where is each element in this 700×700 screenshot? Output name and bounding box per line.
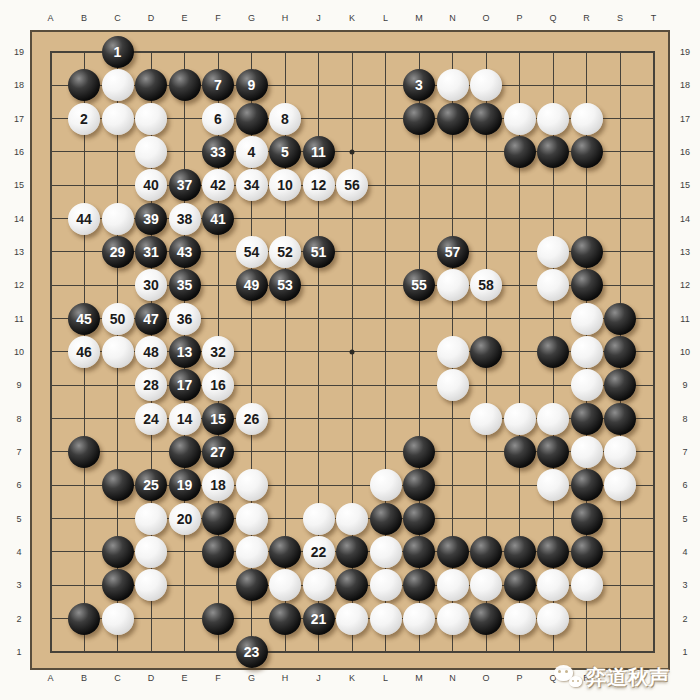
stone-D8: 24 [135, 403, 167, 435]
stone-N17 [437, 103, 469, 135]
stone-E13: 43 [169, 236, 201, 268]
stone-R7 [571, 436, 603, 468]
star-point-K10 [350, 349, 355, 354]
stone-number: 12 [311, 178, 327, 192]
stone-number: 33 [210, 145, 226, 159]
coord-label-bottom: P [516, 673, 522, 683]
stone-L4 [370, 536, 402, 568]
stone-number: 4 [248, 145, 256, 159]
coord-label-right: 18 [680, 80, 690, 90]
stone-number: 13 [177, 345, 193, 359]
stone-E8: 14 [169, 403, 201, 435]
stone-F17: 6 [202, 103, 234, 135]
stone-number: 21 [311, 612, 327, 626]
stone-K5 [336, 503, 368, 535]
stone-F8: 15 [202, 403, 234, 435]
coord-label-right: 13 [680, 247, 690, 257]
coord-label-right: 4 [682, 547, 687, 557]
stone-E5: 20 [169, 503, 201, 535]
stone-R9 [571, 369, 603, 401]
stone-number: 54 [244, 245, 260, 259]
coord-label-bottom: N [449, 673, 456, 683]
coord-label-bottom: C [114, 673, 121, 683]
stone-G12: 49 [236, 269, 268, 301]
stone-E6: 19 [169, 469, 201, 501]
stone-number: 49 [244, 278, 260, 292]
stone-number: 42 [210, 178, 226, 192]
stone-number: 56 [344, 178, 360, 192]
stone-number: 50 [110, 312, 126, 326]
stone-R6 [571, 469, 603, 501]
stone-F7: 27 [202, 436, 234, 468]
stone-B14: 44 [68, 203, 100, 235]
coord-label-left: 11 [14, 314, 23, 324]
stone-B7 [68, 436, 100, 468]
stone-number: 36 [177, 312, 193, 326]
stone-L6 [370, 469, 402, 501]
stone-J4: 22 [303, 536, 335, 568]
coord-label-left: 9 [16, 380, 21, 390]
stone-H13: 52 [269, 236, 301, 268]
stone-G15: 34 [236, 169, 268, 201]
stone-number: 23 [244, 645, 260, 659]
stone-P2 [504, 603, 536, 635]
stone-H17: 8 [269, 103, 301, 135]
stone-D17 [135, 103, 167, 135]
go-diagram: 弈道秋声 AABBCCDDEEFFGGHHJJKKLLMMNNOOPPQQRRS… [0, 0, 700, 700]
stone-C19: 1 [102, 36, 134, 68]
star-point-K16 [350, 149, 355, 154]
stone-S7 [604, 436, 636, 468]
stone-Q7 [537, 436, 569, 468]
stone-J16: 11 [303, 136, 335, 168]
stone-Q4 [537, 536, 569, 568]
coord-label-right: 1 [682, 647, 687, 657]
stone-F2 [202, 603, 234, 635]
coord-label-left: 18 [14, 80, 24, 90]
stone-Q16 [537, 136, 569, 168]
coord-label-right: 17 [680, 114, 690, 124]
stone-N4 [437, 536, 469, 568]
stone-H4 [269, 536, 301, 568]
stone-number: 14 [177, 412, 193, 426]
stone-B17: 2 [68, 103, 100, 135]
stone-C6 [102, 469, 134, 501]
stone-R10 [571, 336, 603, 368]
stone-J5 [303, 503, 335, 535]
stone-C18 [102, 69, 134, 101]
stone-D10: 48 [135, 336, 167, 368]
coord-label-left: 12 [14, 280, 24, 290]
stone-F14: 41 [202, 203, 234, 235]
stone-E9: 17 [169, 369, 201, 401]
stone-B10: 46 [68, 336, 100, 368]
stone-number: 5 [281, 145, 289, 159]
stone-G16: 4 [236, 136, 268, 168]
coord-label-right: 9 [682, 380, 687, 390]
coord-label-bottom: M [415, 673, 423, 683]
stone-Q13 [537, 236, 569, 268]
stone-H16: 5 [269, 136, 301, 168]
coord-label-right: 12 [680, 280, 690, 290]
coord-label-top: E [181, 13, 187, 23]
stone-number: 8 [281, 112, 289, 126]
stone-G18: 9 [236, 69, 268, 101]
stone-number: 51 [311, 245, 327, 259]
stone-O8 [470, 403, 502, 435]
coord-label-bottom: O [482, 673, 489, 683]
stone-E12: 35 [169, 269, 201, 301]
coord-label-bottom: D [148, 673, 155, 683]
coord-label-left: 17 [14, 114, 24, 124]
coord-label-top: A [47, 13, 53, 23]
stone-M5 [403, 503, 435, 535]
coord-label-right: 19 [680, 47, 690, 57]
stone-O4 [470, 536, 502, 568]
stone-number: 6 [214, 112, 222, 126]
stone-number: 3 [415, 78, 423, 92]
stone-D5 [135, 503, 167, 535]
coord-label-right: 8 [682, 414, 687, 424]
stone-G17 [236, 103, 268, 135]
stone-D4 [135, 536, 167, 568]
coord-label-right: 11 [680, 314, 689, 324]
coord-label-top: H [282, 13, 289, 23]
stone-B2 [68, 603, 100, 635]
stone-J3 [303, 569, 335, 601]
stone-G1: 23 [236, 636, 268, 668]
coord-label-bottom: E [181, 673, 187, 683]
coord-label-left: 10 [14, 347, 24, 357]
coord-label-left: 19 [14, 47, 24, 57]
coord-label-top: M [415, 13, 423, 23]
stone-C3 [102, 569, 134, 601]
stone-D11: 47 [135, 303, 167, 335]
coord-label-bottom: B [81, 673, 87, 683]
stone-number: 7 [214, 78, 222, 92]
stone-N10 [437, 336, 469, 368]
coord-label-left: 1 [16, 647, 21, 657]
stone-number: 30 [143, 278, 159, 292]
stone-number: 22 [311, 545, 327, 559]
coord-label-top: D [148, 13, 155, 23]
coord-label-bottom: J [316, 673, 321, 683]
stone-N18 [437, 69, 469, 101]
stone-C4 [102, 536, 134, 568]
stone-N3 [437, 569, 469, 601]
coord-label-left: 3 [16, 580, 21, 590]
stone-G8: 26 [236, 403, 268, 435]
stone-H2 [269, 603, 301, 635]
stone-number: 2 [80, 112, 88, 126]
stone-R11 [571, 303, 603, 335]
stone-K4 [336, 536, 368, 568]
coord-label-top: F [215, 13, 221, 23]
stone-number: 44 [76, 212, 92, 226]
stone-number: 27 [210, 445, 226, 459]
stone-R4 [571, 536, 603, 568]
stone-number: 28 [143, 378, 159, 392]
stone-number: 34 [244, 178, 260, 192]
coord-label-top: S [617, 13, 623, 23]
stone-E10: 13 [169, 336, 201, 368]
stone-number: 46 [76, 345, 92, 359]
stone-O10 [470, 336, 502, 368]
stone-R8 [571, 403, 603, 435]
stone-number: 55 [411, 278, 427, 292]
stone-Q2 [537, 603, 569, 635]
stone-number: 16 [210, 378, 226, 392]
coord-label-left: 15 [14, 180, 24, 190]
coord-label-left: 13 [14, 247, 24, 257]
stone-number: 37 [177, 178, 193, 192]
grid-line-horizontal [50, 651, 655, 653]
stone-number: 52 [277, 245, 293, 259]
coord-label-left: 2 [16, 614, 21, 624]
stone-M4 [403, 536, 435, 568]
watermark: 弈道秋声 [554, 660, 670, 694]
stone-F5 [202, 503, 234, 535]
coord-label-left: 5 [16, 514, 21, 524]
stone-E15: 37 [169, 169, 201, 201]
stone-N12 [437, 269, 469, 301]
stone-number: 58 [478, 278, 494, 292]
coord-label-right: 5 [682, 514, 687, 524]
coord-label-top: J [316, 13, 321, 23]
stone-number: 57 [445, 245, 461, 259]
stone-number: 26 [244, 412, 260, 426]
stone-number: 10 [277, 178, 293, 192]
stone-number: 48 [143, 345, 159, 359]
coord-label-left: 14 [14, 214, 24, 224]
coord-label-top: L [383, 13, 388, 23]
stone-J15: 12 [303, 169, 335, 201]
stone-D16 [135, 136, 167, 168]
stone-number: 47 [143, 312, 159, 326]
stone-D13: 31 [135, 236, 167, 268]
stone-number: 40 [143, 178, 159, 192]
stone-R17 [571, 103, 603, 135]
coord-label-right: 14 [680, 214, 690, 224]
stone-N9 [437, 369, 469, 401]
stone-number: 18 [210, 478, 226, 492]
stone-P17 [504, 103, 536, 135]
stone-L2 [370, 603, 402, 635]
coord-label-top: P [516, 13, 522, 23]
coord-label-top: K [349, 13, 355, 23]
stone-number: 32 [210, 345, 226, 359]
stone-number: 31 [143, 245, 159, 259]
coord-label-right: 15 [680, 180, 690, 190]
stone-G3 [236, 569, 268, 601]
stone-number: 45 [76, 312, 92, 326]
stone-number: 15 [210, 412, 226, 426]
stone-R13 [571, 236, 603, 268]
stone-S11 [604, 303, 636, 335]
stone-number: 1 [114, 45, 122, 59]
coord-label-bottom: H [282, 673, 289, 683]
coord-label-right: 6 [682, 480, 687, 490]
stone-number: 43 [177, 245, 193, 259]
stone-number: 11 [311, 145, 326, 159]
stone-C13: 29 [102, 236, 134, 268]
stone-S8 [604, 403, 636, 435]
stone-Q8 [537, 403, 569, 435]
stone-C11: 50 [102, 303, 134, 335]
stone-K2 [336, 603, 368, 635]
stone-Q10 [537, 336, 569, 368]
stone-F10: 32 [202, 336, 234, 368]
coord-label-left: 7 [16, 447, 21, 457]
coord-label-right: 10 [680, 347, 690, 357]
coord-label-bottom: F [215, 673, 221, 683]
stone-R16 [571, 136, 603, 168]
stone-M2 [403, 603, 435, 635]
stone-M7 [403, 436, 435, 468]
stone-number: 17 [177, 378, 193, 392]
stone-P7 [504, 436, 536, 468]
coord-label-top: C [114, 13, 121, 23]
grid-line-vertical [653, 51, 655, 653]
coord-label-right: 3 [682, 580, 687, 590]
stone-number: 53 [277, 278, 293, 292]
stone-P8 [504, 403, 536, 435]
stone-C14 [102, 203, 134, 235]
stone-number: 19 [177, 478, 193, 492]
coord-label-top: R [583, 13, 590, 23]
stone-D14: 39 [135, 203, 167, 235]
coord-label-left: 4 [16, 547, 21, 557]
stone-P16 [504, 136, 536, 168]
stone-Q17 [537, 103, 569, 135]
stone-M17 [403, 103, 435, 135]
coord-label-bottom: L [383, 673, 388, 683]
stone-R12 [571, 269, 603, 301]
stone-O2 [470, 603, 502, 635]
wechat-icon [554, 664, 583, 690]
stone-N13: 57 [437, 236, 469, 268]
coord-label-top: Q [549, 13, 556, 23]
stone-E18 [169, 69, 201, 101]
stone-number: 41 [210, 212, 226, 226]
stone-number: 38 [177, 212, 193, 226]
stone-L3 [370, 569, 402, 601]
stone-number: 29 [110, 245, 126, 259]
stone-C2 [102, 603, 134, 635]
stone-G4 [236, 536, 268, 568]
stone-number: 35 [177, 278, 193, 292]
stone-G5 [236, 503, 268, 535]
stone-P3 [504, 569, 536, 601]
stone-F16: 33 [202, 136, 234, 168]
stone-C10 [102, 336, 134, 368]
coord-label-left: 6 [16, 480, 21, 490]
stone-G6 [236, 469, 268, 501]
stone-F4 [202, 536, 234, 568]
watermark-text: 弈道秋声 [586, 664, 670, 691]
stone-E14: 38 [169, 203, 201, 235]
coord-label-bottom: G [248, 673, 255, 683]
stone-number: 24 [143, 412, 159, 426]
stone-number: 9 [248, 78, 256, 92]
stone-R5 [571, 503, 603, 535]
stone-L5 [370, 503, 402, 535]
coord-label-left: 16 [14, 147, 24, 157]
coord-label-right: 16 [680, 147, 690, 157]
stone-number: 39 [143, 212, 159, 226]
coord-label-top: B [81, 13, 87, 23]
coord-label-top: T [651, 13, 657, 23]
coord-label-bottom: K [349, 673, 355, 683]
stone-number: 20 [177, 512, 193, 526]
coord-label-left: 8 [16, 414, 21, 424]
stone-B11: 45 [68, 303, 100, 335]
stone-N2 [437, 603, 469, 635]
coord-label-bottom: A [47, 673, 53, 683]
stone-J13: 51 [303, 236, 335, 268]
stone-C17 [102, 103, 134, 135]
stone-G13: 54 [236, 236, 268, 268]
stone-R3 [571, 569, 603, 601]
stone-O17 [470, 103, 502, 135]
coord-label-right: 2 [682, 614, 687, 624]
coord-label-top: O [482, 13, 489, 23]
coord-label-top: G [248, 13, 255, 23]
stone-number: 25 [143, 478, 159, 492]
stone-J2: 21 [303, 603, 335, 635]
stone-S10 [604, 336, 636, 368]
coord-label-top: N [449, 13, 456, 23]
stone-P4 [504, 536, 536, 568]
coord-label-right: 7 [682, 447, 687, 457]
stone-E7 [169, 436, 201, 468]
stone-E11: 36 [169, 303, 201, 335]
